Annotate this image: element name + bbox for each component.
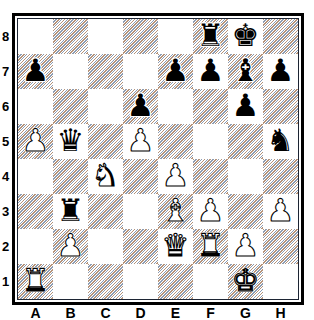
rank-label-6: 6 xyxy=(0,89,11,124)
square-a3[interactable] xyxy=(18,194,53,229)
black-queen-b5: ♛ xyxy=(57,123,85,158)
chess-diagram: { "game": "chess", "diagram_type": "prin… xyxy=(0,0,314,320)
file-label-b: B xyxy=(53,305,88,320)
square-c4[interactable]: ♞ xyxy=(88,159,123,194)
square-b3[interactable]: ♜ xyxy=(53,194,88,229)
square-h2[interactable] xyxy=(263,229,298,264)
rank-labels: 87654321 xyxy=(0,19,11,299)
file-label-c: C xyxy=(88,305,123,320)
square-e1[interactable] xyxy=(158,264,193,299)
square-f3[interactable]: ♟ xyxy=(193,194,228,229)
square-f1[interactable] xyxy=(193,264,228,299)
square-f4[interactable] xyxy=(193,159,228,194)
square-h8[interactable] xyxy=(263,19,298,54)
square-b1[interactable] xyxy=(53,264,88,299)
square-g6[interactable]: ♟ xyxy=(228,89,263,124)
square-a2[interactable] xyxy=(18,229,53,264)
square-g3[interactable] xyxy=(228,194,263,229)
white-knight-c4: ♞ xyxy=(92,158,120,193)
square-d2[interactable] xyxy=(123,229,158,264)
black-pawn-e7: ♟ xyxy=(162,53,190,88)
square-d7[interactable] xyxy=(123,54,158,89)
square-a4[interactable] xyxy=(18,159,53,194)
black-pawn-d6: ♟ xyxy=(127,88,155,123)
white-bishop-e3: ♝ xyxy=(162,193,190,228)
white-pawn-a5: ♟ xyxy=(22,123,50,158)
square-c6[interactable] xyxy=(88,89,123,124)
square-c7[interactable] xyxy=(88,54,123,89)
black-knight-h5: ♞ xyxy=(267,123,295,158)
square-h4[interactable] xyxy=(263,159,298,194)
square-f8[interactable]: ♜ xyxy=(193,19,228,54)
chess-board-frame: ♜♚♟♟♟♝♟♟♟♟♛♟♞♞♟♜♝♟♟♟♛♜♟♜♚ xyxy=(12,13,304,305)
black-rook-b3: ♜ xyxy=(57,193,85,228)
white-queen-e2: ♛ xyxy=(162,228,190,263)
chess-board: ♜♚♟♟♟♝♟♟♟♟♛♟♞♞♟♜♝♟♟♟♛♜♟♜♚ xyxy=(17,18,299,300)
white-pawn-d5: ♟ xyxy=(127,123,155,158)
square-h7[interactable]: ♟ xyxy=(263,54,298,89)
square-b4[interactable] xyxy=(53,159,88,194)
square-c1[interactable] xyxy=(88,264,123,299)
square-h1[interactable] xyxy=(263,264,298,299)
square-d4[interactable] xyxy=(123,159,158,194)
file-label-a: A xyxy=(18,305,53,320)
black-pawn-a7: ♟ xyxy=(22,53,50,88)
square-h3[interactable]: ♟ xyxy=(263,194,298,229)
rank-label-8: 8 xyxy=(0,19,11,54)
square-f6[interactable] xyxy=(193,89,228,124)
square-c8[interactable] xyxy=(88,19,123,54)
square-f5[interactable] xyxy=(193,124,228,159)
rank-label-1: 1 xyxy=(0,264,11,299)
black-pawn-g6: ♟ xyxy=(232,88,260,123)
rank-label-4: 4 xyxy=(0,159,11,194)
square-d8[interactable] xyxy=(123,19,158,54)
square-c5[interactable] xyxy=(88,124,123,159)
square-d3[interactable] xyxy=(123,194,158,229)
square-e6[interactable] xyxy=(158,89,193,124)
square-b5[interactable]: ♛ xyxy=(53,124,88,159)
square-b6[interactable] xyxy=(53,89,88,124)
black-rook-f8: ♜ xyxy=(197,18,225,53)
square-g5[interactable] xyxy=(228,124,263,159)
file-labels: ABCDEFGH xyxy=(18,305,298,320)
black-pawn-f7: ♟ xyxy=(197,53,225,88)
black-king-g8: ♚ xyxy=(232,18,260,53)
white-pawn-h3: ♟ xyxy=(267,193,295,228)
file-label-g: G xyxy=(228,305,263,320)
square-h6[interactable] xyxy=(263,89,298,124)
white-rook-a1: ♜ xyxy=(22,263,50,298)
file-label-f: F xyxy=(193,305,228,320)
square-c2[interactable] xyxy=(88,229,123,264)
square-d5[interactable]: ♟ xyxy=(123,124,158,159)
square-c3[interactable] xyxy=(88,194,123,229)
file-label-d: D xyxy=(123,305,158,320)
square-e2[interactable]: ♛ xyxy=(158,229,193,264)
square-b2[interactable]: ♟ xyxy=(53,229,88,264)
square-a5[interactable]: ♟ xyxy=(18,124,53,159)
square-g7[interactable]: ♝ xyxy=(228,54,263,89)
square-a7[interactable]: ♟ xyxy=(18,54,53,89)
square-g4[interactable] xyxy=(228,159,263,194)
black-pawn-h7: ♟ xyxy=(267,53,295,88)
square-e8[interactable] xyxy=(158,19,193,54)
white-pawn-f3: ♟ xyxy=(197,193,225,228)
white-pawn-b2: ♟ xyxy=(57,228,85,263)
square-a1[interactable]: ♜ xyxy=(18,264,53,299)
square-d1[interactable] xyxy=(123,264,158,299)
square-e3[interactable]: ♝ xyxy=(158,194,193,229)
rank-label-5: 5 xyxy=(0,124,11,159)
black-bishop-g7: ♝ xyxy=(232,53,260,88)
rank-label-3: 3 xyxy=(0,194,11,229)
square-g1[interactable]: ♚ xyxy=(228,264,263,299)
white-pawn-g2: ♟ xyxy=(232,228,260,263)
square-b7[interactable] xyxy=(53,54,88,89)
white-rook-f2: ♜ xyxy=(197,228,225,263)
file-label-h: H xyxy=(263,305,298,320)
square-f7[interactable]: ♟ xyxy=(193,54,228,89)
square-e5[interactable] xyxy=(158,124,193,159)
square-g2[interactable]: ♟ xyxy=(228,229,263,264)
rank-label-7: 7 xyxy=(0,54,11,89)
square-a8[interactable] xyxy=(18,19,53,54)
square-e4[interactable]: ♟ xyxy=(158,159,193,194)
square-g8[interactable]: ♚ xyxy=(228,19,263,54)
white-king-g1: ♚ xyxy=(232,263,260,298)
square-d6[interactable]: ♟ xyxy=(123,89,158,124)
file-label-e: E xyxy=(158,305,193,320)
square-e7[interactable]: ♟ xyxy=(158,54,193,89)
square-b8[interactable] xyxy=(53,19,88,54)
square-f2[interactable]: ♜ xyxy=(193,229,228,264)
white-pawn-e4: ♟ xyxy=(162,158,190,193)
rank-label-2: 2 xyxy=(0,229,11,264)
square-a6[interactable] xyxy=(18,89,53,124)
square-h5[interactable]: ♞ xyxy=(263,124,298,159)
